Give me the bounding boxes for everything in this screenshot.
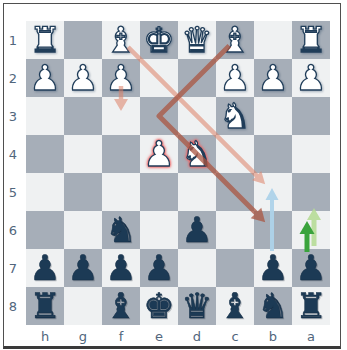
square-g3[interactable] <box>64 97 102 135</box>
piece-black-king-e8[interactable]: ♚ <box>143 287 174 325</box>
file-label-g: g <box>64 326 102 346</box>
square-h4[interactable] <box>26 135 64 173</box>
square-d3[interactable] <box>178 97 216 135</box>
square-h7[interactable]: ♟ <box>26 249 64 287</box>
square-f6[interactable]: ♞ <box>102 211 140 249</box>
square-e4[interactable]: ♟ <box>140 135 178 173</box>
piece-white-bishop-f1[interactable]: ♝ <box>105 21 136 59</box>
square-b1[interactable] <box>254 21 292 59</box>
square-b8[interactable]: ♞ <box>254 287 292 325</box>
piece-black-rook-h8[interactable]: ♜ <box>29 287 60 325</box>
file-label-d: d <box>178 326 216 346</box>
square-c3[interactable]: ♞ <box>216 97 254 135</box>
piece-white-rook-h1[interactable]: ♜ <box>29 21 60 59</box>
piece-white-knight-c3[interactable]: ♞ <box>219 97 250 135</box>
square-e2[interactable] <box>140 59 178 97</box>
square-a1[interactable]: ♜ <box>292 21 330 59</box>
square-f8[interactable]: ♝ <box>102 287 140 325</box>
piece-black-pawn-e7[interactable]: ♟ <box>143 249 174 287</box>
square-a6[interactable] <box>292 211 330 249</box>
square-b7[interactable]: ♟ <box>254 249 292 287</box>
piece-black-pawn-g7[interactable]: ♟ <box>67 249 98 287</box>
piece-black-queen-d8[interactable]: ♛ <box>181 287 212 325</box>
rank-label-2: 2 <box>0 59 26 97</box>
piece-white-queen-d1[interactable]: ♛ <box>181 21 212 59</box>
piece-black-knight-b8[interactable]: ♞ <box>257 287 288 325</box>
square-c2[interactable]: ♟ <box>216 59 254 97</box>
square-d4[interactable]: ♞ <box>178 135 216 173</box>
square-a8[interactable]: ♜ <box>292 287 330 325</box>
square-g6[interactable] <box>64 211 102 249</box>
chess-diagram-panel: 12345678 hgfedcba ♜♝♚♛♝♜♟♟♟♟♟♟♞♟♞♞♟♟♟♟♟♟… <box>0 0 347 350</box>
piece-white-pawn-f2[interactable]: ♟ <box>105 59 136 97</box>
square-g4[interactable] <box>64 135 102 173</box>
square-c6[interactable] <box>216 211 254 249</box>
piece-white-bishop-c1[interactable]: ♝ <box>219 21 250 59</box>
square-c8[interactable]: ♝ <box>216 287 254 325</box>
square-c1[interactable]: ♝ <box>216 21 254 59</box>
piece-white-rook-a1[interactable]: ♜ <box>295 21 326 59</box>
square-a3[interactable] <box>292 97 330 135</box>
square-f7[interactable]: ♟ <box>102 249 140 287</box>
square-g5[interactable] <box>64 173 102 211</box>
square-g8[interactable] <box>64 287 102 325</box>
square-c7[interactable] <box>216 249 254 287</box>
piece-black-pawn-f7[interactable]: ♟ <box>105 249 136 287</box>
file-label-e: e <box>140 326 178 346</box>
square-b6[interactable] <box>254 211 292 249</box>
file-label-c: c <box>216 326 254 346</box>
piece-black-pawn-b7[interactable]: ♟ <box>257 249 288 287</box>
square-d7[interactable] <box>178 249 216 287</box>
piece-black-bishop-f8[interactable]: ♝ <box>105 287 136 325</box>
piece-white-pawn-g2[interactable]: ♟ <box>67 59 98 97</box>
piece-black-pawn-d6[interactable]: ♟ <box>181 211 212 249</box>
piece-black-pawn-h7[interactable]: ♟ <box>29 249 60 287</box>
square-a7[interactable]: ♟ <box>292 249 330 287</box>
rank-label-4: 4 <box>0 135 26 173</box>
square-a5[interactable] <box>292 173 330 211</box>
square-e3[interactable] <box>140 97 178 135</box>
square-h6[interactable] <box>26 211 64 249</box>
piece-white-pawn-a2[interactable]: ♟ <box>295 59 326 97</box>
piece-white-pawn-b2[interactable]: ♟ <box>257 59 288 97</box>
square-e8[interactable]: ♚ <box>140 287 178 325</box>
square-b5[interactable] <box>254 173 292 211</box>
file-label-f: f <box>102 326 140 346</box>
rank-label-6: 6 <box>0 211 26 249</box>
square-e1[interactable]: ♚ <box>140 21 178 59</box>
rank-labels: 12345678 <box>0 21 26 325</box>
piece-black-knight-f6[interactable]: ♞ <box>105 211 136 249</box>
square-g7[interactable]: ♟ <box>64 249 102 287</box>
square-c4[interactable] <box>216 135 254 173</box>
piece-white-pawn-e4[interactable]: ♟ <box>143 135 174 173</box>
square-b3[interactable] <box>254 97 292 135</box>
chess-board[interactable]: ♜♝♚♛♝♜♟♟♟♟♟♟♞♟♞♞♟♟♟♟♟♟♟♜♝♚♛♝♞♜ <box>26 21 330 325</box>
file-label-a: a <box>292 326 330 346</box>
piece-black-rook-a8[interactable]: ♜ <box>295 287 326 325</box>
square-d2[interactable] <box>178 59 216 97</box>
square-d5[interactable] <box>178 173 216 211</box>
rank-label-5: 5 <box>0 173 26 211</box>
square-h2[interactable]: ♟ <box>26 59 64 97</box>
piece-black-bishop-c8[interactable]: ♝ <box>219 287 250 325</box>
square-f1[interactable]: ♝ <box>102 21 140 59</box>
file-label-b: b <box>254 326 292 346</box>
square-b4[interactable] <box>254 135 292 173</box>
square-a2[interactable]: ♟ <box>292 59 330 97</box>
square-d6[interactable]: ♟ <box>178 211 216 249</box>
piece-black-pawn-a7[interactable]: ♟ <box>295 249 326 287</box>
rank-label-1: 1 <box>0 21 26 59</box>
square-g2[interactable]: ♟ <box>64 59 102 97</box>
square-d1[interactable]: ♛ <box>178 21 216 59</box>
square-h5[interactable] <box>26 173 64 211</box>
rank-label-8: 8 <box>0 287 26 325</box>
square-c5[interactable] <box>216 173 254 211</box>
square-b2[interactable]: ♟ <box>254 59 292 97</box>
square-e7[interactable]: ♟ <box>140 249 178 287</box>
rank-label-3: 3 <box>0 97 26 135</box>
rank-label-7: 7 <box>0 249 26 287</box>
square-g1[interactable] <box>64 21 102 59</box>
square-h1[interactable]: ♜ <box>26 21 64 59</box>
square-f4[interactable] <box>102 135 140 173</box>
square-e6[interactable] <box>140 211 178 249</box>
piece-white-pawn-h2[interactable]: ♟ <box>29 59 60 97</box>
piece-white-knight-d4[interactable]: ♞ <box>181 135 212 173</box>
square-f3[interactable] <box>102 97 140 135</box>
square-f2[interactable]: ♟ <box>102 59 140 97</box>
file-labels: hgfedcba <box>26 326 330 346</box>
piece-white-pawn-c2[interactable]: ♟ <box>219 59 250 97</box>
square-f5[interactable] <box>102 173 140 211</box>
square-h8[interactable]: ♜ <box>26 287 64 325</box>
square-h3[interactable] <box>26 97 64 135</box>
square-d8[interactable]: ♛ <box>178 287 216 325</box>
file-label-h: h <box>26 326 64 346</box>
piece-white-king-e1[interactable]: ♚ <box>143 21 174 59</box>
square-e5[interactable] <box>140 173 178 211</box>
square-a4[interactable] <box>292 135 330 173</box>
